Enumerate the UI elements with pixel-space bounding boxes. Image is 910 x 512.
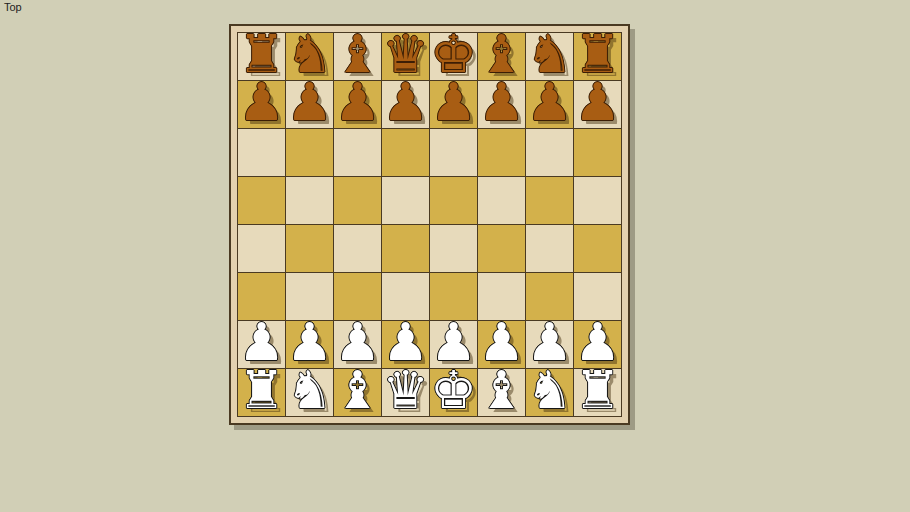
viewport[interactable]: Top ♜♞♝♛♚♝♞♜♟♟♟♟♟♟♟♟♟♟♟♟♟♟♟♟♜♞♝♛♚♝♞♜ [0, 0, 910, 512]
square-h4[interactable] [574, 225, 621, 272]
square-f5[interactable] [478, 177, 525, 224]
square-h1[interactable]: ♜ [574, 369, 621, 416]
black-bishop[interactable]: ♝ [478, 31, 525, 78]
square-a1[interactable]: ♜ [238, 369, 285, 416]
square-c6[interactable] [334, 129, 381, 176]
black-bishop[interactable]: ♝ [334, 31, 381, 78]
black-pawn[interactable]: ♟ [430, 79, 477, 126]
black-pawn[interactable]: ♟ [478, 79, 525, 126]
square-e7[interactable]: ♟ [430, 81, 477, 128]
white-pawn[interactable]: ♟ [574, 319, 621, 366]
square-h6[interactable] [574, 129, 621, 176]
square-d7[interactable]: ♟ [382, 81, 429, 128]
black-knight[interactable]: ♞ [286, 31, 333, 78]
white-pawn[interactable]: ♟ [286, 319, 333, 366]
square-b1[interactable]: ♞ [286, 369, 333, 416]
square-b5[interactable] [286, 177, 333, 224]
white-pawn[interactable]: ♟ [526, 319, 573, 366]
white-knight[interactable]: ♞ [286, 367, 333, 414]
black-rook[interactable]: ♜ [238, 31, 285, 78]
square-f6[interactable] [478, 129, 525, 176]
square-c5[interactable] [334, 177, 381, 224]
square-h5[interactable] [574, 177, 621, 224]
black-pawn[interactable]: ♟ [286, 79, 333, 126]
square-c7[interactable]: ♟ [334, 81, 381, 128]
square-b6[interactable] [286, 129, 333, 176]
white-pawn[interactable]: ♟ [478, 319, 525, 366]
black-pawn[interactable]: ♟ [238, 79, 285, 126]
white-rook[interactable]: ♜ [238, 367, 285, 414]
white-bishop[interactable]: ♝ [334, 367, 381, 414]
square-b7[interactable]: ♟ [286, 81, 333, 128]
white-rook[interactable]: ♜ [574, 367, 621, 414]
square-d5[interactable] [382, 177, 429, 224]
square-b4[interactable] [286, 225, 333, 272]
square-g6[interactable] [526, 129, 573, 176]
black-queen[interactable]: ♛ [382, 31, 429, 78]
square-e5[interactable] [430, 177, 477, 224]
white-pawn[interactable]: ♟ [238, 319, 285, 366]
square-a4[interactable] [238, 225, 285, 272]
white-pawn[interactable]: ♟ [382, 319, 429, 366]
square-g4[interactable] [526, 225, 573, 272]
square-f7[interactable]: ♟ [478, 81, 525, 128]
black-king[interactable]: ♚ [430, 31, 477, 78]
square-g5[interactable] [526, 177, 573, 224]
square-d6[interactable] [382, 129, 429, 176]
black-pawn[interactable]: ♟ [382, 79, 429, 126]
square-e1[interactable]: ♚ [430, 369, 477, 416]
square-d1[interactable]: ♛ [382, 369, 429, 416]
black-pawn[interactable]: ♟ [334, 79, 381, 126]
square-c1[interactable]: ♝ [334, 369, 381, 416]
black-knight[interactable]: ♞ [526, 31, 573, 78]
square-g1[interactable]: ♞ [526, 369, 573, 416]
square-g7[interactable]: ♟ [526, 81, 573, 128]
square-a5[interactable] [238, 177, 285, 224]
white-knight[interactable]: ♞ [526, 367, 573, 414]
black-rook[interactable]: ♜ [574, 31, 621, 78]
square-d4[interactable] [382, 225, 429, 272]
black-pawn[interactable]: ♟ [574, 79, 621, 126]
white-king[interactable]: ♚ [430, 367, 477, 414]
white-bishop[interactable]: ♝ [478, 367, 525, 414]
chess-board[interactable]: ♜♞♝♛♚♝♞♜♟♟♟♟♟♟♟♟♟♟♟♟♟♟♟♟♜♞♝♛♚♝♞♜ [229, 24, 630, 425]
square-a7[interactable]: ♟ [238, 81, 285, 128]
square-e4[interactable] [430, 225, 477, 272]
board-squares: ♜♞♝♛♚♝♞♜♟♟♟♟♟♟♟♟♟♟♟♟♟♟♟♟♜♞♝♛♚♝♞♜ [237, 32, 622, 417]
square-f1[interactable]: ♝ [478, 369, 525, 416]
white-pawn[interactable]: ♟ [430, 319, 477, 366]
square-c4[interactable] [334, 225, 381, 272]
square-h7[interactable]: ♟ [574, 81, 621, 128]
view-label: Top [4, 1, 22, 13]
white-pawn[interactable]: ♟ [334, 319, 381, 366]
square-f4[interactable] [478, 225, 525, 272]
white-queen[interactable]: ♛ [382, 367, 429, 414]
square-a6[interactable] [238, 129, 285, 176]
black-pawn[interactable]: ♟ [526, 79, 573, 126]
square-e6[interactable] [430, 129, 477, 176]
